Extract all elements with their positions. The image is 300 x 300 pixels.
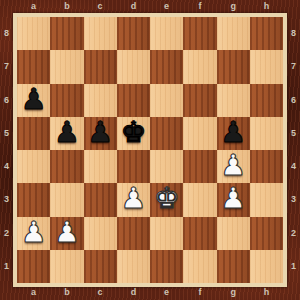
square-b5[interactable]: ♟ (50, 117, 83, 150)
square-d2[interactable] (117, 217, 150, 250)
rank-label-1: 1 (0, 250, 13, 283)
file-label-a: a (17, 286, 50, 299)
board-grid: ♟♟♟♚♟♟♟♚♟♟♟ (17, 17, 283, 283)
chessboard: abcdefgh abcdefgh 87654321 87654321 ♟♟♟♚… (0, 0, 300, 300)
file-label-b: b (50, 286, 83, 299)
square-e5[interactable] (150, 117, 183, 150)
square-a4[interactable] (17, 150, 50, 183)
black-pawn[interactable]: ♟ (21, 85, 47, 114)
square-d5[interactable]: ♚ (117, 117, 150, 150)
rank-label-2: 2 (287, 217, 300, 250)
square-a1[interactable] (17, 250, 50, 283)
square-e2[interactable] (150, 217, 183, 250)
white-pawn[interactable]: ♟ (220, 151, 246, 180)
square-a8[interactable] (17, 17, 50, 50)
square-b8[interactable] (50, 17, 83, 50)
square-e6[interactable] (150, 84, 183, 117)
black-king[interactable]: ♚ (120, 118, 146, 147)
square-d7[interactable] (117, 50, 150, 83)
file-labels-bottom: abcdefgh (17, 286, 283, 299)
file-label-b: b (50, 0, 83, 13)
rank-label-6: 6 (287, 84, 300, 117)
file-label-a: a (17, 0, 50, 13)
rank-labels-left: 87654321 (0, 17, 13, 283)
file-label-e: e (150, 0, 183, 13)
square-h4[interactable] (250, 150, 283, 183)
square-f5[interactable] (183, 117, 216, 150)
square-c7[interactable] (84, 50, 117, 83)
square-f8[interactable] (183, 17, 216, 50)
black-pawn[interactable]: ♟ (220, 118, 246, 147)
white-pawn[interactable]: ♟ (21, 218, 47, 247)
file-label-c: c (84, 286, 117, 299)
rank-label-5: 5 (0, 117, 13, 150)
file-label-h: h (250, 0, 283, 13)
file-label-g: g (217, 286, 250, 299)
square-a5[interactable] (17, 117, 50, 150)
square-h6[interactable] (250, 84, 283, 117)
square-d4[interactable] (117, 150, 150, 183)
square-h3[interactable] (250, 183, 283, 216)
square-c6[interactable] (84, 84, 117, 117)
square-d1[interactable] (117, 250, 150, 283)
file-label-f: f (183, 0, 216, 13)
file-label-g: g (217, 0, 250, 13)
square-h2[interactable] (250, 217, 283, 250)
rank-label-8: 8 (0, 17, 13, 50)
square-b3[interactable] (50, 183, 83, 216)
square-b7[interactable] (50, 50, 83, 83)
rank-label-8: 8 (287, 17, 300, 50)
square-d3[interactable]: ♟ (117, 183, 150, 216)
file-label-d: d (117, 0, 150, 13)
file-label-h: h (250, 286, 283, 299)
square-c3[interactable] (84, 183, 117, 216)
white-pawn[interactable]: ♟ (220, 184, 246, 213)
square-g2[interactable] (217, 217, 250, 250)
square-g7[interactable] (217, 50, 250, 83)
square-a3[interactable] (17, 183, 50, 216)
square-b4[interactable] (50, 150, 83, 183)
file-label-f: f (183, 286, 216, 299)
black-pawn[interactable]: ♟ (54, 118, 80, 147)
square-a6[interactable]: ♟ (17, 84, 50, 117)
file-label-e: e (150, 286, 183, 299)
rank-label-3: 3 (287, 183, 300, 216)
square-e1[interactable] (150, 250, 183, 283)
white-pawn[interactable]: ♟ (54, 218, 80, 247)
square-b2[interactable]: ♟ (50, 217, 83, 250)
square-g3[interactable]: ♟ (217, 183, 250, 216)
square-e7[interactable] (150, 50, 183, 83)
square-g6[interactable] (217, 84, 250, 117)
rank-label-5: 5 (287, 117, 300, 150)
square-f1[interactable] (183, 250, 216, 283)
square-b6[interactable] (50, 84, 83, 117)
white-king[interactable]: ♚ (154, 184, 180, 213)
square-b1[interactable] (50, 250, 83, 283)
square-f6[interactable] (183, 84, 216, 117)
square-c4[interactable] (84, 150, 117, 183)
rank-label-3: 3 (0, 183, 13, 216)
rank-label-1: 1 (287, 250, 300, 283)
square-g4[interactable]: ♟ (217, 150, 250, 183)
square-e4[interactable] (150, 150, 183, 183)
square-g5[interactable]: ♟ (217, 117, 250, 150)
black-pawn[interactable]: ♟ (87, 118, 113, 147)
square-c5[interactable]: ♟ (84, 117, 117, 150)
rank-label-4: 4 (287, 150, 300, 183)
file-label-c: c (84, 0, 117, 13)
square-f3[interactable] (183, 183, 216, 216)
file-labels-top: abcdefgh (17, 0, 283, 13)
square-c8[interactable] (84, 17, 117, 50)
rank-label-6: 6 (0, 84, 13, 117)
white-pawn[interactable]: ♟ (120, 184, 146, 213)
rank-label-2: 2 (0, 217, 13, 250)
square-f2[interactable] (183, 217, 216, 250)
rank-label-7: 7 (287, 50, 300, 83)
square-h8[interactable] (250, 17, 283, 50)
square-h1[interactable] (250, 250, 283, 283)
square-d6[interactable] (117, 84, 150, 117)
square-c1[interactable] (84, 250, 117, 283)
square-c2[interactable] (84, 217, 117, 250)
square-e3[interactable]: ♚ (150, 183, 183, 216)
square-h5[interactable] (250, 117, 283, 150)
square-f4[interactable] (183, 150, 216, 183)
square-h7[interactable] (250, 50, 283, 83)
square-f7[interactable] (183, 50, 216, 83)
square-a7[interactable] (17, 50, 50, 83)
square-g1[interactable] (217, 250, 250, 283)
file-label-d: d (117, 286, 150, 299)
square-e8[interactable] (150, 17, 183, 50)
rank-label-7: 7 (0, 50, 13, 83)
square-g8[interactable] (217, 17, 250, 50)
square-d8[interactable] (117, 17, 150, 50)
rank-labels-right: 87654321 (287, 17, 300, 283)
square-a2[interactable]: ♟ (17, 217, 50, 250)
rank-label-4: 4 (0, 150, 13, 183)
